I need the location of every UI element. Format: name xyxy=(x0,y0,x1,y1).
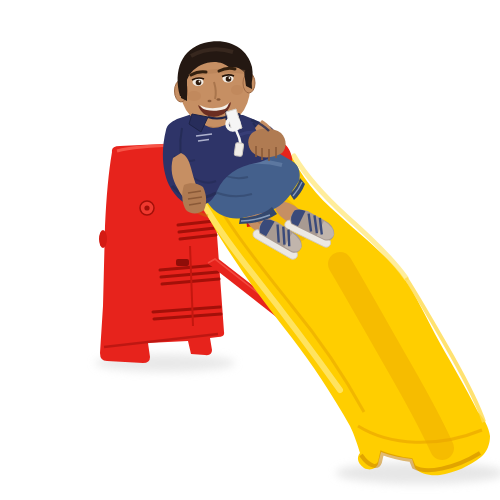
left-nostril xyxy=(208,100,212,103)
right-hand xyxy=(248,129,285,158)
ladder-slot-hole xyxy=(176,259,189,266)
right-eye-glint xyxy=(229,77,231,79)
scene-canvas xyxy=(40,16,500,500)
pivot-knob-center xyxy=(144,205,149,210)
lanyard-tag xyxy=(234,143,244,157)
product-photo xyxy=(40,16,500,500)
right-iris xyxy=(226,76,232,82)
right-nostril xyxy=(217,98,221,101)
left-iris xyxy=(196,80,202,86)
left-cheek xyxy=(187,91,201,101)
right-cheek xyxy=(231,85,243,95)
left-sideburn xyxy=(180,79,187,101)
left-eye-glint xyxy=(199,81,201,83)
ladder-side-bump xyxy=(99,230,107,248)
